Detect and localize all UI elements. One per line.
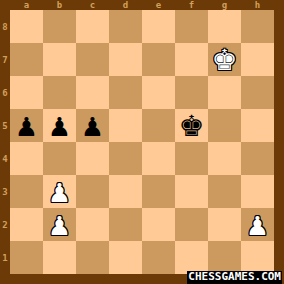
square-b1[interactable] <box>43 241 76 274</box>
square-f6[interactable] <box>175 76 208 109</box>
square-c4[interactable] <box>76 142 109 175</box>
square-f4[interactable] <box>175 142 208 175</box>
black-pawn[interactable]: ♟ <box>81 114 104 140</box>
square-e8[interactable] <box>142 10 175 43</box>
square-g5[interactable] <box>208 109 241 142</box>
square-a4[interactable] <box>10 142 43 175</box>
square-c6[interactable] <box>76 76 109 109</box>
black-pawn[interactable]: ♟ <box>15 114 38 140</box>
square-c3[interactable] <box>76 175 109 208</box>
file-label-f: f <box>175 0 208 10</box>
square-e2[interactable] <box>142 208 175 241</box>
square-g8[interactable] <box>208 10 241 43</box>
file-label-b: b <box>43 0 76 10</box>
square-h5[interactable] <box>241 109 274 142</box>
white-pawn[interactable]: ♟ <box>48 213 71 239</box>
file-label-a: a <box>10 0 43 10</box>
square-d4[interactable] <box>109 142 142 175</box>
square-a8[interactable] <box>10 10 43 43</box>
white-pawn[interactable]: ♟ <box>246 213 269 239</box>
watermark: CHESSGAMES.COM <box>187 271 282 284</box>
square-a6[interactable] <box>10 76 43 109</box>
chess-diagram: abcdefgh 87654321 ♚♟♟♟♚♟♟♟ CHESSGAMES.CO… <box>0 0 284 284</box>
square-e6[interactable] <box>142 76 175 109</box>
square-f8[interactable] <box>175 10 208 43</box>
square-d7[interactable] <box>109 43 142 76</box>
square-d2[interactable] <box>109 208 142 241</box>
square-b6[interactable] <box>43 76 76 109</box>
file-label-c: c <box>76 0 109 10</box>
square-a2[interactable] <box>10 208 43 241</box>
square-a1[interactable] <box>10 241 43 274</box>
rank-label-3: 3 <box>0 175 10 208</box>
rank-labels: 87654321 <box>0 10 10 274</box>
square-a5[interactable]: ♟ <box>10 109 43 142</box>
square-h4[interactable] <box>241 142 274 175</box>
square-e4[interactable] <box>142 142 175 175</box>
square-a7[interactable] <box>10 43 43 76</box>
white-pawn[interactable]: ♟ <box>48 180 71 206</box>
square-d1[interactable] <box>109 241 142 274</box>
square-b7[interactable] <box>43 43 76 76</box>
square-f7[interactable] <box>175 43 208 76</box>
square-c1[interactable] <box>76 241 109 274</box>
square-f2[interactable] <box>175 208 208 241</box>
square-b2[interactable]: ♟ <box>43 208 76 241</box>
rank-label-8: 8 <box>0 10 10 43</box>
square-g6[interactable] <box>208 76 241 109</box>
square-b8[interactable] <box>43 10 76 43</box>
file-label-d: d <box>109 0 142 10</box>
square-d6[interactable] <box>109 76 142 109</box>
square-g4[interactable] <box>208 142 241 175</box>
square-b4[interactable] <box>43 142 76 175</box>
square-e7[interactable] <box>142 43 175 76</box>
chess-board[interactable]: ♚♟♟♟♚♟♟♟ <box>10 10 274 274</box>
square-g7[interactable]: ♚ <box>208 43 241 76</box>
square-f3[interactable] <box>175 175 208 208</box>
square-c8[interactable] <box>76 10 109 43</box>
square-a3[interactable] <box>10 175 43 208</box>
square-e3[interactable] <box>142 175 175 208</box>
square-d3[interactable] <box>109 175 142 208</box>
square-d5[interactable] <box>109 109 142 142</box>
square-g3[interactable] <box>208 175 241 208</box>
square-g2[interactable] <box>208 208 241 241</box>
rank-label-4: 4 <box>0 142 10 175</box>
square-h6[interactable] <box>241 76 274 109</box>
white-king[interactable]: ♚ <box>212 46 238 75</box>
file-labels: abcdefgh <box>10 0 274 10</box>
square-f5[interactable]: ♚ <box>175 109 208 142</box>
file-label-e: e <box>142 0 175 10</box>
square-d8[interactable] <box>109 10 142 43</box>
file-label-g: g <box>208 0 241 10</box>
rank-label-2: 2 <box>0 208 10 241</box>
square-h3[interactable] <box>241 175 274 208</box>
square-e5[interactable] <box>142 109 175 142</box>
rank-label-5: 5 <box>0 109 10 142</box>
file-label-h: h <box>241 0 274 10</box>
square-b3[interactable]: ♟ <box>43 175 76 208</box>
black-pawn[interactable]: ♟ <box>48 114 71 140</box>
square-c2[interactable] <box>76 208 109 241</box>
square-c5[interactable]: ♟ <box>76 109 109 142</box>
square-h2[interactable]: ♟ <box>241 208 274 241</box>
rank-label-7: 7 <box>0 43 10 76</box>
rank-label-1: 1 <box>0 241 10 274</box>
square-h7[interactable] <box>241 43 274 76</box>
rank-label-6: 6 <box>0 76 10 109</box>
square-e1[interactable] <box>142 241 175 274</box>
black-king[interactable]: ♚ <box>179 112 205 141</box>
square-b5[interactable]: ♟ <box>43 109 76 142</box>
square-h8[interactable] <box>241 10 274 43</box>
square-c7[interactable] <box>76 43 109 76</box>
